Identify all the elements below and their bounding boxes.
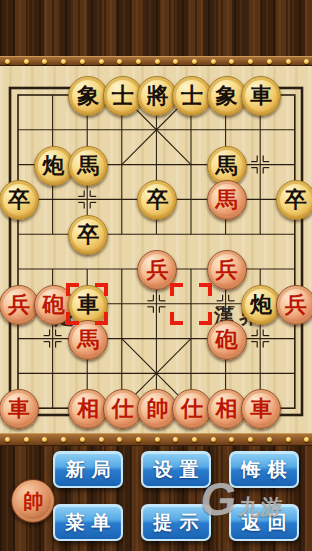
rail-stud: [229, 59, 234, 64]
top-wood-panel: [0, 0, 312, 56]
rail-stud: [5, 59, 10, 64]
undo-button[interactable]: 悔棋: [229, 451, 299, 488]
back-button[interactable]: 返回: [229, 504, 299, 541]
rail-stud: [5, 437, 10, 442]
top-stud-rail: [0, 56, 312, 66]
rail-stud: [61, 59, 66, 64]
red-horse[interactable]: 馬: [207, 180, 247, 220]
rail-stud: [286, 437, 291, 442]
rail-stud: [136, 59, 141, 64]
black-chariot-selected[interactable]: 車: [68, 285, 108, 325]
menu-button-grid: 新局 设置 悔棋 菜单 提示 返回: [53, 451, 299, 541]
turn-indicator-coin: 帥: [11, 479, 55, 523]
hint-button[interactable]: 提示: [141, 504, 211, 541]
rail-stud: [155, 437, 160, 442]
menu-button[interactable]: 菜单: [53, 504, 123, 541]
rail-stud: [248, 59, 253, 64]
bottom-stud-rail: [0, 433, 312, 446]
rail-stud: [61, 437, 66, 442]
rail-stud: [267, 437, 272, 442]
rail-stud: [42, 59, 47, 64]
black-chariot[interactable]: 車: [241, 76, 281, 116]
red-cannon[interactable]: 砲: [207, 320, 247, 360]
new-game-button[interactable]: 新局: [53, 451, 123, 488]
rail-stud: [248, 437, 253, 442]
red-advisor[interactable]: 仕: [172, 389, 212, 429]
rail-stud: [173, 59, 178, 64]
rail-stud: [173, 437, 178, 442]
red-horse[interactable]: 馬: [68, 320, 108, 360]
red-soldier[interactable]: 兵: [207, 250, 247, 290]
rail-stud: [229, 437, 234, 442]
black-soldier[interactable]: 卒: [276, 180, 312, 220]
rail-stud: [155, 59, 160, 64]
red-soldier[interactable]: 兵: [276, 285, 312, 325]
rail-stud: [24, 437, 29, 442]
rail-stud: [211, 59, 216, 64]
rail-stud: [267, 59, 272, 64]
rail-stud: [99, 437, 104, 442]
black-horse[interactable]: 馬: [68, 146, 108, 186]
rail-stud: [24, 59, 29, 64]
rail-stud: [286, 59, 291, 64]
rail-stud: [304, 59, 309, 64]
settings-button[interactable]: 设置: [141, 451, 211, 488]
rail-stud: [304, 437, 309, 442]
rail-stud: [42, 437, 47, 442]
rail-stud: [192, 437, 197, 442]
rail-stud: [211, 437, 216, 442]
rail-stud: [117, 59, 122, 64]
game-screen: 楚河 漢界 象士將士象車炮馬馬卒卒馬卒卒兵兵兵砲車炮兵馬砲車相仕帥仕相車 帥 新…: [0, 0, 312, 551]
rail-stud: [80, 437, 85, 442]
rail-stud: [99, 59, 104, 64]
rail-stud: [136, 437, 141, 442]
rail-stud: [80, 59, 85, 64]
rail-stud: [192, 59, 197, 64]
rail-stud: [117, 437, 122, 442]
xiangqi-board[interactable]: 楚河 漢界 象士將士象車炮馬馬卒卒馬卒卒兵兵兵砲車炮兵馬砲車相仕帥仕相車: [0, 66, 312, 433]
turn-indicator-char: 帥: [23, 488, 43, 515]
